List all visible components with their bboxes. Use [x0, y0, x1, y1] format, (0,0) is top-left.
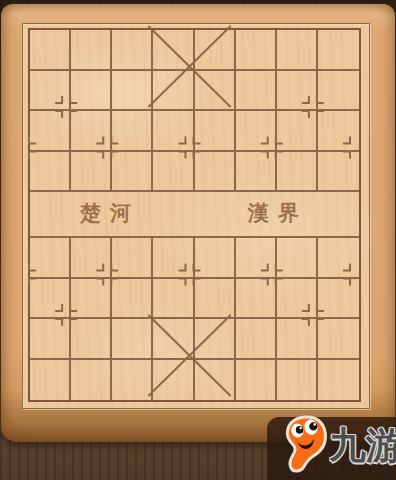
board-cell[interactable] — [236, 71, 277, 112]
board-cell[interactable] — [236, 279, 277, 320]
board-cell[interactable] — [195, 152, 236, 193]
board-cell[interactable] — [195, 360, 236, 401]
board-cell[interactable] — [71, 30, 112, 71]
board-cell[interactable] — [153, 360, 194, 401]
board-cell[interactable] — [112, 30, 153, 71]
jiuyou-mascot-icon — [280, 413, 332, 477]
board-cell[interactable] — [318, 279, 359, 320]
board-cell[interactable] — [318, 360, 359, 401]
board-cell[interactable] — [71, 71, 112, 112]
board-cell[interactable] — [112, 238, 153, 279]
river-label-left: 楚河 — [80, 199, 140, 227]
board-cell[interactable] — [30, 319, 71, 360]
board-cell[interactable] — [153, 30, 194, 71]
board-cell[interactable] — [112, 152, 153, 193]
xiangqi-board: 楚河 漢界 — [1, 4, 395, 442]
board-cell[interactable] — [71, 319, 112, 360]
board-cell[interactable] — [277, 71, 318, 112]
board-cell[interactable] — [236, 360, 277, 401]
board-cell[interactable] — [112, 360, 153, 401]
board-cell[interactable] — [195, 30, 236, 71]
board-cell[interactable] — [318, 30, 359, 71]
board-cell[interactable] — [30, 71, 71, 112]
board-cell[interactable] — [277, 111, 318, 152]
board-cell[interactable] — [71, 279, 112, 320]
board-cell[interactable] — [277, 279, 318, 320]
board-cell[interactable] — [30, 360, 71, 401]
board-cell[interactable] — [153, 279, 194, 320]
board-cell[interactable] — [195, 279, 236, 320]
board-cell[interactable] — [153, 319, 194, 360]
board-cell[interactable] — [277, 30, 318, 71]
board-cell[interactable] — [277, 238, 318, 279]
board-cell[interactable] — [153, 71, 194, 112]
board-cell[interactable] — [195, 71, 236, 112]
board-cell[interactable] — [71, 360, 112, 401]
board-grid[interactable]: 楚河 漢界 — [28, 28, 361, 402]
board-cell[interactable] — [236, 152, 277, 193]
board-cell[interactable] — [195, 238, 236, 279]
board-cell[interactable] — [153, 238, 194, 279]
board-cell[interactable] — [318, 111, 359, 152]
board-cell[interactable] — [71, 152, 112, 193]
board-cell[interactable] — [112, 279, 153, 320]
board-cell[interactable] — [277, 319, 318, 360]
board-cell[interactable] — [318, 238, 359, 279]
board-cell[interactable] — [236, 238, 277, 279]
board-cell[interactable] — [30, 279, 71, 320]
board-cell[interactable] — [195, 111, 236, 152]
board-cell[interactable] — [195, 319, 236, 360]
board-cell[interactable] — [30, 30, 71, 71]
watermark-band: 九游 — [267, 417, 396, 480]
board-cell[interactable] — [112, 111, 153, 152]
board-cell[interactable] — [236, 30, 277, 71]
board-cell[interactable] — [30, 152, 71, 193]
river-band: 楚河 漢界 — [30, 192, 359, 238]
river-label-right: 漢界 — [248, 199, 308, 227]
board-cell[interactable] — [277, 360, 318, 401]
board-cell[interactable] — [236, 319, 277, 360]
game-scene: 楚河 漢界 九游 — [0, 0, 396, 480]
board-field: 楚河 漢界 — [22, 23, 370, 409]
board-cell[interactable] — [277, 152, 318, 193]
board-cell[interactable] — [30, 238, 71, 279]
board-cell[interactable] — [30, 111, 71, 152]
board-cell[interactable] — [236, 111, 277, 152]
board-cell[interactable] — [318, 71, 359, 112]
board-cell[interactable] — [153, 111, 194, 152]
board-cell[interactable] — [318, 319, 359, 360]
board-cell[interactable] — [71, 238, 112, 279]
board-cell[interactable] — [112, 319, 153, 360]
jiuyou-brand-text: 九游 — [329, 421, 396, 473]
board-cell[interactable] — [153, 152, 194, 193]
board-cell[interactable] — [112, 71, 153, 112]
board-cell[interactable] — [318, 152, 359, 193]
board-cell[interactable] — [71, 111, 112, 152]
